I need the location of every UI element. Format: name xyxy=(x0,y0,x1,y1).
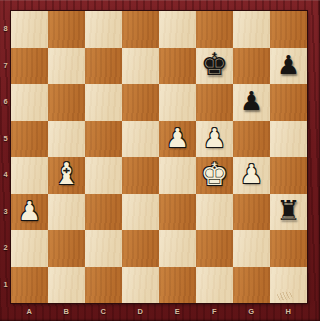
square-d7[interactable] xyxy=(122,48,159,85)
piece-black-pawn[interactable]: ♟ xyxy=(277,52,300,78)
square-c5[interactable] xyxy=(85,121,122,158)
rank-label-3: 3 xyxy=(0,194,11,231)
file-label-g: G xyxy=(233,303,270,321)
square-b3[interactable] xyxy=(48,194,85,231)
piece-white-pawn[interactable]: ♟ xyxy=(18,198,41,224)
square-h3[interactable]: ♜ xyxy=(270,194,307,231)
file-label-f: F xyxy=(196,303,233,321)
square-b1[interactable] xyxy=(48,267,85,304)
file-label-e: E xyxy=(159,303,196,321)
rank-label-7: 7 xyxy=(0,48,11,85)
square-c7[interactable] xyxy=(85,48,122,85)
square-f7[interactable]: ♚ xyxy=(196,48,233,85)
square-b2[interactable] xyxy=(48,230,85,267)
square-e2[interactable] xyxy=(159,230,196,267)
square-a7[interactable] xyxy=(11,48,48,85)
square-g7[interactable] xyxy=(233,48,270,85)
square-e4[interactable] xyxy=(159,157,196,194)
square-c4[interactable] xyxy=(85,157,122,194)
board: ♚♟♟♟♟♝♚♟♟♜ xyxy=(11,11,307,303)
square-a5[interactable] xyxy=(11,121,48,158)
rank-label-2: 2 xyxy=(0,230,11,267)
file-label-b: B xyxy=(48,303,85,321)
piece-white-pawn[interactable]: ♟ xyxy=(166,125,189,151)
file-label-c: C xyxy=(85,303,122,321)
square-a6[interactable] xyxy=(11,84,48,121)
square-d4[interactable] xyxy=(122,157,159,194)
square-g5[interactable] xyxy=(233,121,270,158)
square-a3[interactable]: ♟ xyxy=(11,194,48,231)
square-h8[interactable] xyxy=(270,11,307,48)
square-e6[interactable] xyxy=(159,84,196,121)
square-b8[interactable] xyxy=(48,11,85,48)
square-g2[interactable] xyxy=(233,230,270,267)
rank-label-8: 8 xyxy=(0,11,11,48)
square-c6[interactable] xyxy=(85,84,122,121)
square-a8[interactable] xyxy=(11,11,48,48)
square-c1[interactable] xyxy=(85,267,122,304)
piece-white-pawn[interactable]: ♟ xyxy=(240,161,263,187)
square-g8[interactable] xyxy=(233,11,270,48)
square-d6[interactable] xyxy=(122,84,159,121)
square-b4[interactable]: ♝ xyxy=(48,157,85,194)
square-g1[interactable] xyxy=(233,267,270,304)
square-g3[interactable] xyxy=(233,194,270,231)
square-c3[interactable] xyxy=(85,194,122,231)
square-h5[interactable] xyxy=(270,121,307,158)
piece-white-pawn[interactable]: ♟ xyxy=(203,125,226,151)
square-d2[interactable] xyxy=(122,230,159,267)
square-f8[interactable] xyxy=(196,11,233,48)
square-f5[interactable]: ♟ xyxy=(196,121,233,158)
rank-label-5: 5 xyxy=(0,121,11,158)
square-a2[interactable] xyxy=(11,230,48,267)
rank-label-6: 6 xyxy=(0,84,11,121)
square-f4[interactable]: ♚ xyxy=(196,157,233,194)
square-e3[interactable] xyxy=(159,194,196,231)
piece-white-bishop[interactable]: ♝ xyxy=(53,159,80,189)
square-f1[interactable] xyxy=(196,267,233,304)
square-f6[interactable] xyxy=(196,84,233,121)
rank-label-1: 1 xyxy=(0,267,11,304)
piece-black-king[interactable]: ♚ xyxy=(201,49,229,80)
piece-black-rook[interactable]: ♜ xyxy=(276,197,300,224)
file-label-d: D xyxy=(122,303,159,321)
square-h6[interactable] xyxy=(270,84,307,121)
piece-black-pawn[interactable]: ♟ xyxy=(240,88,263,114)
file-label-h: H xyxy=(270,303,307,321)
piece-white-king[interactable]: ♚ xyxy=(201,159,229,190)
square-e1[interactable] xyxy=(159,267,196,304)
board-frame: ♚♟♟♟♟♝♚♟♟♜ 87654321 ABCDEFGH xyxy=(0,0,320,321)
square-a1[interactable] xyxy=(11,267,48,304)
square-h7[interactable]: ♟ xyxy=(270,48,307,85)
file-label-a: A xyxy=(11,303,48,321)
square-h2[interactable] xyxy=(270,230,307,267)
square-e5[interactable]: ♟ xyxy=(159,121,196,158)
square-a4[interactable] xyxy=(11,157,48,194)
square-b6[interactable] xyxy=(48,84,85,121)
square-f3[interactable] xyxy=(196,194,233,231)
square-d1[interactable] xyxy=(122,267,159,304)
square-e7[interactable] xyxy=(159,48,196,85)
square-b5[interactable] xyxy=(48,121,85,158)
square-d5[interactable] xyxy=(122,121,159,158)
square-g4[interactable]: ♟ xyxy=(233,157,270,194)
rank-label-4: 4 xyxy=(0,157,11,194)
square-g6[interactable]: ♟ xyxy=(233,84,270,121)
square-f2[interactable] xyxy=(196,230,233,267)
square-e8[interactable] xyxy=(159,11,196,48)
square-d3[interactable] xyxy=(122,194,159,231)
square-c8[interactable] xyxy=(85,11,122,48)
square-c2[interactable] xyxy=(85,230,122,267)
square-d8[interactable] xyxy=(122,11,159,48)
square-b7[interactable] xyxy=(48,48,85,85)
square-h4[interactable] xyxy=(270,157,307,194)
